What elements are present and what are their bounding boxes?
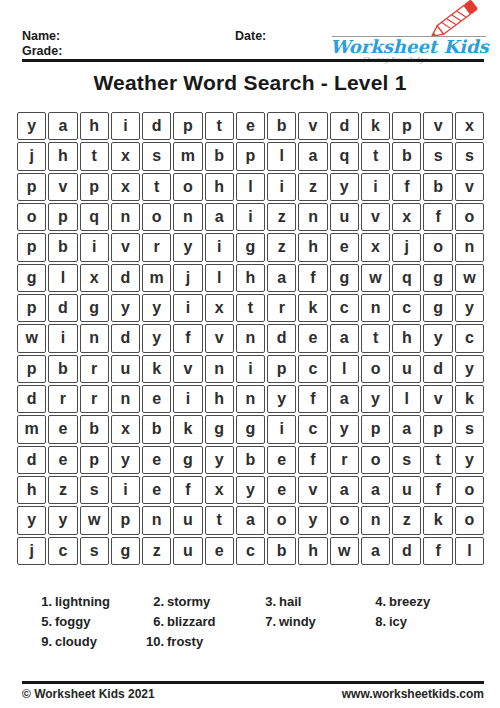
grid-cell[interactable]: f [298, 385, 327, 413]
word-number: 8. [364, 614, 386, 629]
grid-cell[interactable]: v [423, 112, 452, 140]
grid-cell[interactable]: e [298, 324, 327, 352]
grid-cell[interactable]: i [173, 385, 202, 413]
grid-cell[interactable]: t [80, 142, 109, 170]
grid-cell[interactable]: d [17, 446, 46, 474]
grid-cell[interactable]: o [455, 203, 484, 231]
grid-cell[interactable]: e [205, 537, 234, 565]
word-list-item: 5.foggy [30, 611, 142, 631]
grid-cell[interactable]: x [111, 415, 140, 443]
grid-cell[interactable]: i [205, 233, 234, 261]
grid-cell[interactable]: a [361, 537, 390, 565]
word-number: 2. [142, 594, 164, 609]
grid-cell[interactable]: i [267, 415, 296, 443]
grid-cell[interactable]: r [267, 294, 296, 322]
grid-cell[interactable]: u [111, 355, 140, 383]
grid-cell[interactable]: i [48, 324, 77, 352]
grid-cell[interactable]: t [361, 324, 390, 352]
grid-cell[interactable]: q [80, 203, 109, 231]
grid-cell[interactable]: d [111, 264, 140, 292]
grid-cell[interactable]: h [205, 385, 234, 413]
grid-cell[interactable]: g [423, 294, 452, 322]
grid-cell[interactable]: i [111, 112, 140, 140]
word-list-item: 9.cloudy [30, 631, 142, 651]
grid-cell[interactable]: l [236, 173, 265, 201]
grid-cell[interactable]: c [298, 355, 327, 383]
grid-cell[interactable]: f [392, 173, 421, 201]
grid-cell[interactable]: k [173, 415, 202, 443]
grid-cell[interactable]: q [330, 142, 359, 170]
word-list: 1.lightning2.stormy3.hail4.breezy5.foggy… [30, 591, 480, 651]
grid-cell[interactable]: c [455, 324, 484, 352]
worksheet-kids-logo: Worksheet Kids Sharing Knowledge [330, 4, 488, 60]
grid-cell[interactable]: f [423, 203, 452, 231]
grid-cell[interactable]: r [48, 385, 77, 413]
grid-cell[interactable]: l [455, 537, 484, 565]
grid-cell[interactable]: a [298, 142, 327, 170]
grid-cell[interactable]: i [267, 173, 296, 201]
grid-cell[interactable]: h [298, 537, 327, 565]
grid-cell[interactable]: o [142, 203, 171, 231]
grid-cell[interactable]: x [111, 173, 140, 201]
grid-cell[interactable]: n [111, 203, 140, 231]
grid-cell[interactable]: d [17, 385, 46, 413]
grid-cell[interactable]: m [17, 415, 46, 443]
grid-cell[interactable]: r [80, 385, 109, 413]
grid-cell[interactable]: g [236, 233, 265, 261]
grid-cell[interactable]: o [330, 506, 359, 534]
grid-cell[interactable]: w [455, 264, 484, 292]
grid-cell[interactable]: o [361, 355, 390, 383]
grid-cell[interactable]: p [392, 112, 421, 140]
grid-cell[interactable]: n [236, 324, 265, 352]
grid-cell[interactable]: f [173, 324, 202, 352]
word-label: lightning [55, 594, 110, 609]
grid-cell[interactable]: i [111, 476, 140, 504]
grid-cell[interactable]: p [80, 173, 109, 201]
grid-cell[interactable]: f [423, 476, 452, 504]
copyright-text: © Worksheet Kids 2021 [22, 687, 155, 701]
grid-cell[interactable]: g [205, 415, 234, 443]
grid-cell[interactable]: a [48, 112, 77, 140]
grid-cell[interactable]: e [142, 385, 171, 413]
grid-cell[interactable]: s [80, 537, 109, 565]
grid-cell[interactable]: p [17, 173, 46, 201]
word-list-item: 4.breezy [364, 591, 480, 611]
grid-cell[interactable]: e [236, 112, 265, 140]
grid-cell[interactable]: b [392, 142, 421, 170]
grid-cell[interactable]: p [173, 112, 202, 140]
word-number: 10. [142, 634, 164, 649]
word-list-item: 7.windy [254, 611, 364, 631]
word-label: stormy [167, 594, 210, 609]
grid-cell[interactable]: d [330, 112, 359, 140]
grid-cell[interactable]: s [455, 415, 484, 443]
grid-cell[interactable]: u [173, 537, 202, 565]
grid-cell[interactable]: s [142, 142, 171, 170]
grid-cell[interactable]: r [80, 355, 109, 383]
grid-cell[interactable]: n [361, 506, 390, 534]
grid-cell[interactable]: e [142, 446, 171, 474]
grid-cell[interactable]: y [205, 446, 234, 474]
word-label: foggy [55, 614, 90, 629]
grid-cell[interactable]: z [142, 537, 171, 565]
grid-cell[interactable]: x [361, 233, 390, 261]
grid-cell[interactable]: b [236, 446, 265, 474]
name-field-label: Name: [22, 29, 60, 43]
grid-cell[interactable]: b [48, 233, 77, 261]
grid-cell[interactable]: b [142, 415, 171, 443]
grid-cell[interactable]: g [423, 264, 452, 292]
grid-cell[interactable]: g [80, 294, 109, 322]
grid-cell[interactable]: d [392, 537, 421, 565]
grid-cell[interactable]: x [455, 112, 484, 140]
date-field-label: Date: [235, 29, 266, 43]
grid-cell[interactable]: n [205, 355, 234, 383]
grid-cell[interactable]: p [236, 142, 265, 170]
grid-cell[interactable]: j [17, 142, 46, 170]
grid-cell[interactable]: k [298, 294, 327, 322]
grid-cell[interactable]: y [142, 294, 171, 322]
grid-cell[interactable]: y [455, 446, 484, 474]
grid-cell[interactable]: v [298, 476, 327, 504]
grid-cell[interactable]: h [17, 476, 46, 504]
grid-cell[interactable]: c [48, 537, 77, 565]
grid-cell[interactable]: f [298, 264, 327, 292]
grid-cell[interactable]: r [142, 233, 171, 261]
grid-cell[interactable]: u [173, 506, 202, 534]
grid-cell[interactable]: y [267, 385, 296, 413]
word-label: hail [279, 594, 301, 609]
grid-cell[interactable]: i [80, 233, 109, 261]
grid-cell[interactable]: y [361, 385, 390, 413]
grid-cell[interactable]: y [298, 506, 327, 534]
grid-cell[interactable]: f [173, 476, 202, 504]
grid-cell[interactable]: z [267, 233, 296, 261]
grid-cell[interactable]: z [48, 476, 77, 504]
grid-cell[interactable]: y [455, 355, 484, 383]
grid-cell[interactable]: t [142, 173, 171, 201]
grid-cell[interactable]: y [236, 476, 265, 504]
word-list-item: 3.hail [254, 591, 364, 611]
grid-cell[interactable]: n [173, 203, 202, 231]
word-list-item: 1.lightning [30, 591, 142, 611]
wordsearch-grid: yahidptebvdkpvxjhtxsmbplaqtbsspvpxtohliz… [17, 112, 484, 565]
grid-cell[interactable]: x [205, 476, 234, 504]
grid-cell[interactable]: p [17, 355, 46, 383]
grid-cell[interactable]: e [48, 446, 77, 474]
grid-cell[interactable]: x [392, 203, 421, 231]
word-list-item: 8.icy [364, 611, 480, 631]
word-number: 3. [254, 594, 276, 609]
grid-cell[interactable]: h [80, 112, 109, 140]
grid-cell[interactable]: j [173, 264, 202, 292]
logo-brand-text: Worksheet Kids [330, 36, 488, 57]
grid-cell[interactable]: k [142, 355, 171, 383]
grid-cell[interactable]: h [236, 264, 265, 292]
grid-cell[interactable]: k [455, 385, 484, 413]
grid-cell[interactable]: u [330, 203, 359, 231]
grid-cell[interactable]: v [173, 355, 202, 383]
grid-cell[interactable]: z [267, 203, 296, 231]
grid-cell[interactable]: w [330, 537, 359, 565]
grid-cell[interactable]: f [298, 446, 327, 474]
grid-cell[interactable]: y [111, 446, 140, 474]
grid-cell[interactable]: v [205, 324, 234, 352]
grid-cell[interactable]: e [48, 415, 77, 443]
grid-cell[interactable]: v [111, 233, 140, 261]
grid-cell[interactable]: r [330, 446, 359, 474]
grid-cell[interactable]: h [48, 142, 77, 170]
grid-cell[interactable]: d [423, 355, 452, 383]
grid-cell[interactable]: c [298, 415, 327, 443]
grid-cell[interactable]: k [361, 112, 390, 140]
grid-cell[interactable]: v [455, 173, 484, 201]
grid-cell[interactable]: c [236, 537, 265, 565]
grid-cell[interactable]: n [361, 294, 390, 322]
header-divider [22, 59, 484, 62]
grid-cell[interactable]: m [142, 264, 171, 292]
grid-cell[interactable]: p [423, 415, 452, 443]
grid-cell[interactable]: t [205, 506, 234, 534]
page-title: Weather Word Search - Level 1 [0, 71, 500, 95]
grid-cell[interactable]: q [392, 264, 421, 292]
grid-cell[interactable]: t [423, 446, 452, 474]
grid-cell[interactable]: l [267, 142, 296, 170]
grid-cell[interactable]: a [205, 203, 234, 231]
grid-cell[interactable]: o [455, 476, 484, 504]
grid-cell[interactable]: y [173, 233, 202, 261]
grid-cell[interactable]: o [423, 233, 452, 261]
grid-cell[interactable]: y [330, 173, 359, 201]
grid-cell[interactable]: v [48, 173, 77, 201]
grid-cell[interactable]: y [142, 324, 171, 352]
grid-cell[interactable]: p [48, 203, 77, 231]
grid-cell[interactable]: u [392, 476, 421, 504]
grid-cell[interactable]: e [330, 233, 359, 261]
grid-cell[interactable]: t [236, 294, 265, 322]
grid-cell[interactable]: c [392, 294, 421, 322]
website-text: www.worksheetkids.com [342, 687, 484, 701]
word-list-item: 6.blizzard [142, 611, 254, 631]
grid-cell[interactable]: a [392, 415, 421, 443]
grid-cell[interactable]: s [392, 446, 421, 474]
grid-cell[interactable]: l [205, 264, 234, 292]
footer: © Worksheet Kids 2021 www.worksheetkids.… [22, 687, 484, 701]
worksheet-page: Name: Grade: Date: Worksheet Kids Sharin… [0, 0, 500, 708]
grid-cell[interactable]: n [111, 385, 140, 413]
grid-cell[interactable]: i [173, 294, 202, 322]
grid-cell[interactable]: s [455, 142, 484, 170]
grid-cell[interactable]: d [142, 112, 171, 140]
grid-cell[interactable]: w [361, 264, 390, 292]
word-number: 5. [30, 614, 52, 629]
word-label: icy [389, 614, 407, 629]
grid-cell[interactable]: i [361, 173, 390, 201]
grid-cell[interactable]: b [205, 142, 234, 170]
grid-cell[interactable]: p [111, 506, 140, 534]
word-number: 9. [30, 634, 52, 649]
grid-cell[interactable]: u [392, 355, 421, 383]
grid-cell[interactable]: x [111, 142, 140, 170]
grid-cell[interactable]: b [80, 415, 109, 443]
word-label: windy [279, 614, 316, 629]
grid-cell[interactable]: o [455, 506, 484, 534]
grid-cell[interactable]: c [330, 294, 359, 322]
word-list-item: 2.stormy [142, 591, 254, 611]
grid-cell[interactable]: o [267, 506, 296, 534]
grid-cell[interactable]: s [80, 476, 109, 504]
grid-cell[interactable]: e [267, 446, 296, 474]
grid-cell[interactable]: n [298, 203, 327, 231]
grid-cell[interactable]: y [330, 415, 359, 443]
grid-cell[interactable]: i [236, 203, 265, 231]
grid-cell[interactable]: w [17, 324, 46, 352]
grid-cell[interactable]: w [80, 506, 109, 534]
grid-cell[interactable]: p [80, 446, 109, 474]
grid-cell[interactable]: j [17, 537, 46, 565]
grid-cell[interactable]: b [423, 173, 452, 201]
grid-cell[interactable]: h [392, 324, 421, 352]
grid-cell[interactable]: n [455, 233, 484, 261]
grid-cell[interactable]: v [361, 203, 390, 231]
word-label: blizzard [167, 614, 215, 629]
grid-cell[interactable]: x [80, 264, 109, 292]
grid-cell[interactable]: d [48, 294, 77, 322]
grid-cell[interactable]: y [455, 294, 484, 322]
grid-cell[interactable]: n [142, 506, 171, 534]
grid-cell[interactable]: t [361, 142, 390, 170]
grid-cell[interactable]: b [48, 355, 77, 383]
grid-cell[interactable]: g [17, 264, 46, 292]
grid-cell[interactable]: d [267, 324, 296, 352]
grid-cell[interactable]: a [330, 385, 359, 413]
grid-cell[interactable]: a [361, 476, 390, 504]
grid-cell[interactable]: v [298, 112, 327, 140]
word-number: 1. [30, 594, 52, 609]
grid-cell[interactable]: l [392, 385, 421, 413]
grid-cell[interactable]: j [392, 233, 421, 261]
grid-cell[interactable]: y [423, 324, 452, 352]
word-label: frosty [167, 634, 203, 649]
word-list-item: 10.frosty [142, 631, 254, 651]
grid-cell[interactable]: n [80, 324, 109, 352]
grid-cell[interactable]: n [236, 385, 265, 413]
grid-cell[interactable]: g [111, 537, 140, 565]
grid-cell[interactable]: v [423, 385, 452, 413]
grid-cell[interactable]: i [236, 355, 265, 383]
grid-cell[interactable]: o [17, 203, 46, 231]
grid-cell[interactable]: k [423, 506, 452, 534]
word-number: 6. [142, 614, 164, 629]
grid-cell[interactable]: h [205, 173, 234, 201]
grade-field-label: Grade: [22, 44, 62, 58]
grid-cell[interactable]: s [423, 142, 452, 170]
grid-cell[interactable]: o [173, 173, 202, 201]
grid-cell[interactable]: y [48, 506, 77, 534]
grid-cell[interactable]: b [267, 537, 296, 565]
word-label: breezy [389, 594, 430, 609]
word-number: 4. [364, 594, 386, 609]
grid-cell[interactable]: m [173, 142, 202, 170]
grid-cell[interactable]: a [236, 506, 265, 534]
grid-cell[interactable]: y [17, 112, 46, 140]
footer-divider [22, 681, 484, 684]
grid-cell[interactable]: t [205, 112, 234, 140]
grid-cell[interactable]: e [142, 476, 171, 504]
grid-cell[interactable]: p [17, 233, 46, 261]
word-number: 7. [254, 614, 276, 629]
grid-cell[interactable]: e [267, 476, 296, 504]
grid-cell[interactable]: g [236, 415, 265, 443]
grid-cell[interactable]: g [330, 264, 359, 292]
grid-cell[interactable]: z [298, 173, 327, 201]
grid-cell[interactable]: p [267, 355, 296, 383]
grid-cell[interactable]: a [330, 476, 359, 504]
grid-cell[interactable]: l [48, 264, 77, 292]
grid-cell[interactable]: p [17, 294, 46, 322]
grid-cell[interactable]: a [330, 324, 359, 352]
grid-cell[interactable]: b [267, 112, 296, 140]
word-label: cloudy [55, 634, 97, 649]
grid-cell[interactable]: z [392, 506, 421, 534]
grid-cell[interactable]: o [361, 446, 390, 474]
grid-cell[interactable]: f [423, 537, 452, 565]
grid-cell[interactable]: d [111, 324, 140, 352]
grid-cell[interactable]: x [205, 294, 234, 322]
grid-cell[interactable]: g [173, 446, 202, 474]
grid-cell[interactable]: l [330, 355, 359, 383]
grid-cell[interactable]: a [267, 264, 296, 292]
grid-cell[interactable]: h [298, 233, 327, 261]
grid-cell[interactable]: y [17, 506, 46, 534]
grid-cell[interactable]: p [361, 415, 390, 443]
grid-cell[interactable]: y [111, 294, 140, 322]
